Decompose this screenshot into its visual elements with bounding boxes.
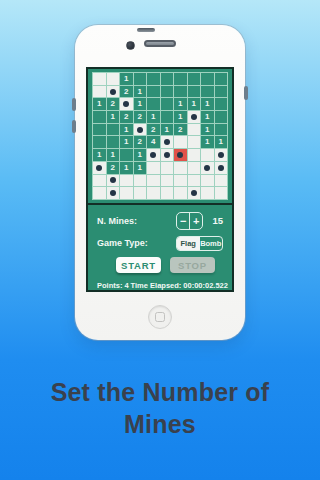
cell-r3c4[interactable]: 1 [134,98,147,110]
cell-r1c8[interactable] [188,73,201,85]
cell-r8c1[interactable] [93,162,106,174]
app-background: 1211211111221111212112411111211 N. Mines… [0,0,320,480]
cell-r2c9[interactable] [201,86,214,98]
cell-r8c7[interactable] [174,162,187,174]
cell-r7c3[interactable] [120,149,133,161]
start-button[interactable]: START [116,257,161,273]
game-type-label: Game Type: [97,238,176,248]
cell-r8c2[interactable]: 2 [107,162,120,174]
cell-r6c2[interactable] [107,136,120,148]
minus-button[interactable]: − [177,213,189,229]
cell-r1c1[interactable] [93,73,106,85]
cell-r4c1[interactable] [93,111,106,123]
cell-r1c7[interactable] [174,73,187,85]
mine-icon [150,152,156,158]
cell-r4c8[interactable] [188,111,201,123]
cell-r2c6[interactable] [161,86,174,98]
cell-r1c9[interactable] [201,73,214,85]
mine-icon [191,114,197,120]
cell-r5c1[interactable] [93,124,106,136]
mines-stepper: − + [176,212,203,230]
points-status: Points:4 [97,281,131,290]
proximity-sensor-icon [137,28,155,32]
plus-button[interactable]: + [190,213,202,229]
cell-r10c3[interactable] [120,187,133,199]
cell-r5c10[interactable] [215,124,228,136]
cell-r7c9[interactable] [201,149,214,161]
time-elapsed-value: 00:00:02.522 [183,281,228,290]
marketing-caption: Set the Number of Mines [0,377,320,441]
cell-r7c1[interactable]: 1 [93,149,106,161]
cell-r3c7[interactable]: 1 [174,98,187,110]
caption-line1: Set the Number of [0,377,320,409]
cell-r5c2[interactable] [107,124,120,136]
cell-r6c9[interactable]: 1 [201,136,214,148]
cell-r3c6[interactable] [161,98,174,110]
earpiece-speaker-icon [144,40,176,47]
cell-r2c2[interactable] [107,86,120,98]
stop-button[interactable]: STOP [170,257,215,273]
cell-r5c9[interactable]: 1 [201,124,214,136]
cell-r8c3[interactable]: 1 [120,162,133,174]
cell-r8c4[interactable]: 1 [134,162,147,174]
cell-r1c5[interactable] [147,73,160,85]
cell-r5c3[interactable]: 1 [120,124,133,136]
cell-r4c6[interactable] [161,111,174,123]
cell-r7c10[interactable] [215,149,228,161]
mine-icon [164,152,170,158]
cell-r1c10[interactable] [215,73,228,85]
time-status: Time Elapsed:00:00:02.522 [131,281,230,290]
cell-r4c10[interactable] [215,111,228,123]
front-camera-icon [126,41,135,50]
cell-r10c10[interactable] [215,187,228,199]
cell-r8c9[interactable] [201,162,214,174]
cell-r10c4[interactable] [134,187,147,199]
flag-segment[interactable]: Flag [177,237,200,250]
cell-r2c1[interactable] [93,86,106,98]
mine-icon [204,165,210,171]
mine-icon [96,165,102,171]
cell-r9c7[interactable] [174,175,187,187]
cell-r6c4[interactable]: 2 [134,136,147,148]
cell-r10c1[interactable] [93,187,106,199]
points-value: 4 [124,281,128,290]
mine-icon [177,152,183,158]
cell-r6c7[interactable] [174,136,187,148]
game-type-row: Game Type: Flag Bomb [97,235,223,251]
cell-r2c10[interactable] [215,86,228,98]
cell-r10c9[interactable] [201,187,214,199]
cell-r2c5[interactable] [147,86,160,98]
volume-up-button [72,98,76,111]
cell-r3c3[interactable] [120,98,133,110]
cell-r9c3[interactable] [120,175,133,187]
cell-r8c10[interactable] [215,162,228,174]
board: 1211211111221111212112411111211 [92,72,228,200]
power-button [244,86,248,100]
cell-r9c8[interactable] [188,175,201,187]
cell-r10c6[interactable] [161,187,174,199]
cell-r6c5[interactable]: 4 [147,136,160,148]
mine-icon [164,139,170,145]
game-screen: 1211211111221111212112411111211 N. Mines… [86,67,234,292]
cell-r10c8[interactable] [188,187,201,199]
game-type-segmented-control: Flag Bomb [176,236,223,251]
cell-r7c6[interactable] [161,149,174,161]
cell-r9c5[interactable] [147,175,160,187]
cell-r7c5[interactable] [147,149,160,161]
cell-r6c10[interactable]: 1 [215,136,228,148]
cell-r5c8[interactable] [188,124,201,136]
caption-line2: Mines [0,409,320,441]
cell-r9c1[interactable] [93,175,106,187]
mine-icon [110,177,116,183]
cell-r5c7[interactable]: 2 [174,124,187,136]
cell-r9c10[interactable] [215,175,228,187]
time-elapsed-label: Time Elapsed: [131,281,182,290]
mine-icon [137,127,143,133]
cell-r7c8[interactable] [188,149,201,161]
cell-r3c5[interactable] [147,98,160,110]
cell-r5c5[interactable]: 2 [147,124,160,136]
status-row: Points:4 Time Elapsed:00:00:02.522 [97,281,223,290]
cell-r2c3[interactable]: 2 [120,86,133,98]
volume-down-button [72,120,76,133]
cell-r4c5[interactable]: 1 [147,111,160,123]
cell-r9c6[interactable] [161,175,174,187]
home-button [148,305,172,329]
cell-r6c8[interactable] [188,136,201,148]
buttons-row: START STOP [116,257,223,273]
cell-r4c2[interactable]: 1 [107,111,120,123]
mine-icon [191,190,197,196]
mines-count-value: 15 [212,215,223,226]
cell-r10c7[interactable] [174,187,187,199]
bomb-segment[interactable]: Bomb [200,237,223,250]
cell-r4c9[interactable]: 1 [201,111,214,123]
cell-r10c2[interactable] [107,187,120,199]
cell-r3c1[interactable]: 1 [93,98,106,110]
cell-r6c6[interactable] [161,136,174,148]
cell-r3c8[interactable]: 1 [188,98,201,110]
n-mines-label: N. Mines: [97,216,176,226]
controls-panel: N. Mines: − + 15 Game Type: Flag Bomb [88,205,232,290]
cell-r1c4[interactable] [134,73,147,85]
cell-r5c4[interactable] [134,124,147,136]
cell-r3c10[interactable] [215,98,228,110]
cell-r2c7[interactable] [174,86,187,98]
cell-r6c1[interactable] [93,136,106,148]
cell-r4c4[interactable]: 2 [134,111,147,123]
cell-r1c2[interactable] [107,73,120,85]
mine-icon [110,190,116,196]
mine-icon [218,152,224,158]
cell-r4c7[interactable]: 1 [174,111,187,123]
cell-r9c4[interactable] [134,175,147,187]
cell-r4c3[interactable]: 2 [120,111,133,123]
cell-r1c3[interactable]: 1 [120,73,133,85]
cell-r10c5[interactable] [147,187,160,199]
cell-r9c2[interactable] [107,175,120,187]
mines-row: N. Mines: − + 15 [97,211,223,230]
cell-r5c6[interactable]: 1 [161,124,174,136]
points-label: Points: [97,281,122,290]
cell-r8c6[interactable] [161,162,174,174]
mine-icon [123,101,129,107]
mine-icon [218,165,224,171]
cell-r7c4[interactable]: 1 [134,149,147,161]
cell-r3c2[interactable]: 2 [107,98,120,110]
phone-mockup: 1211211111221111212112411111211 N. Mines… [75,25,245,340]
cell-r2c4[interactable]: 1 [134,86,147,98]
cell-r7c7[interactable] [174,149,187,161]
cell-r6c3[interactable]: 1 [120,136,133,148]
cell-r8c8[interactable] [188,162,201,174]
cell-r1c6[interactable] [161,73,174,85]
cell-r3c9[interactable]: 1 [201,98,214,110]
cell-r7c2[interactable]: 1 [107,149,120,161]
home-button-square-icon [155,312,165,322]
mine-icon [110,89,116,95]
cell-r9c9[interactable] [201,175,214,187]
cell-r8c5[interactable] [147,162,160,174]
cell-r2c8[interactable] [188,86,201,98]
